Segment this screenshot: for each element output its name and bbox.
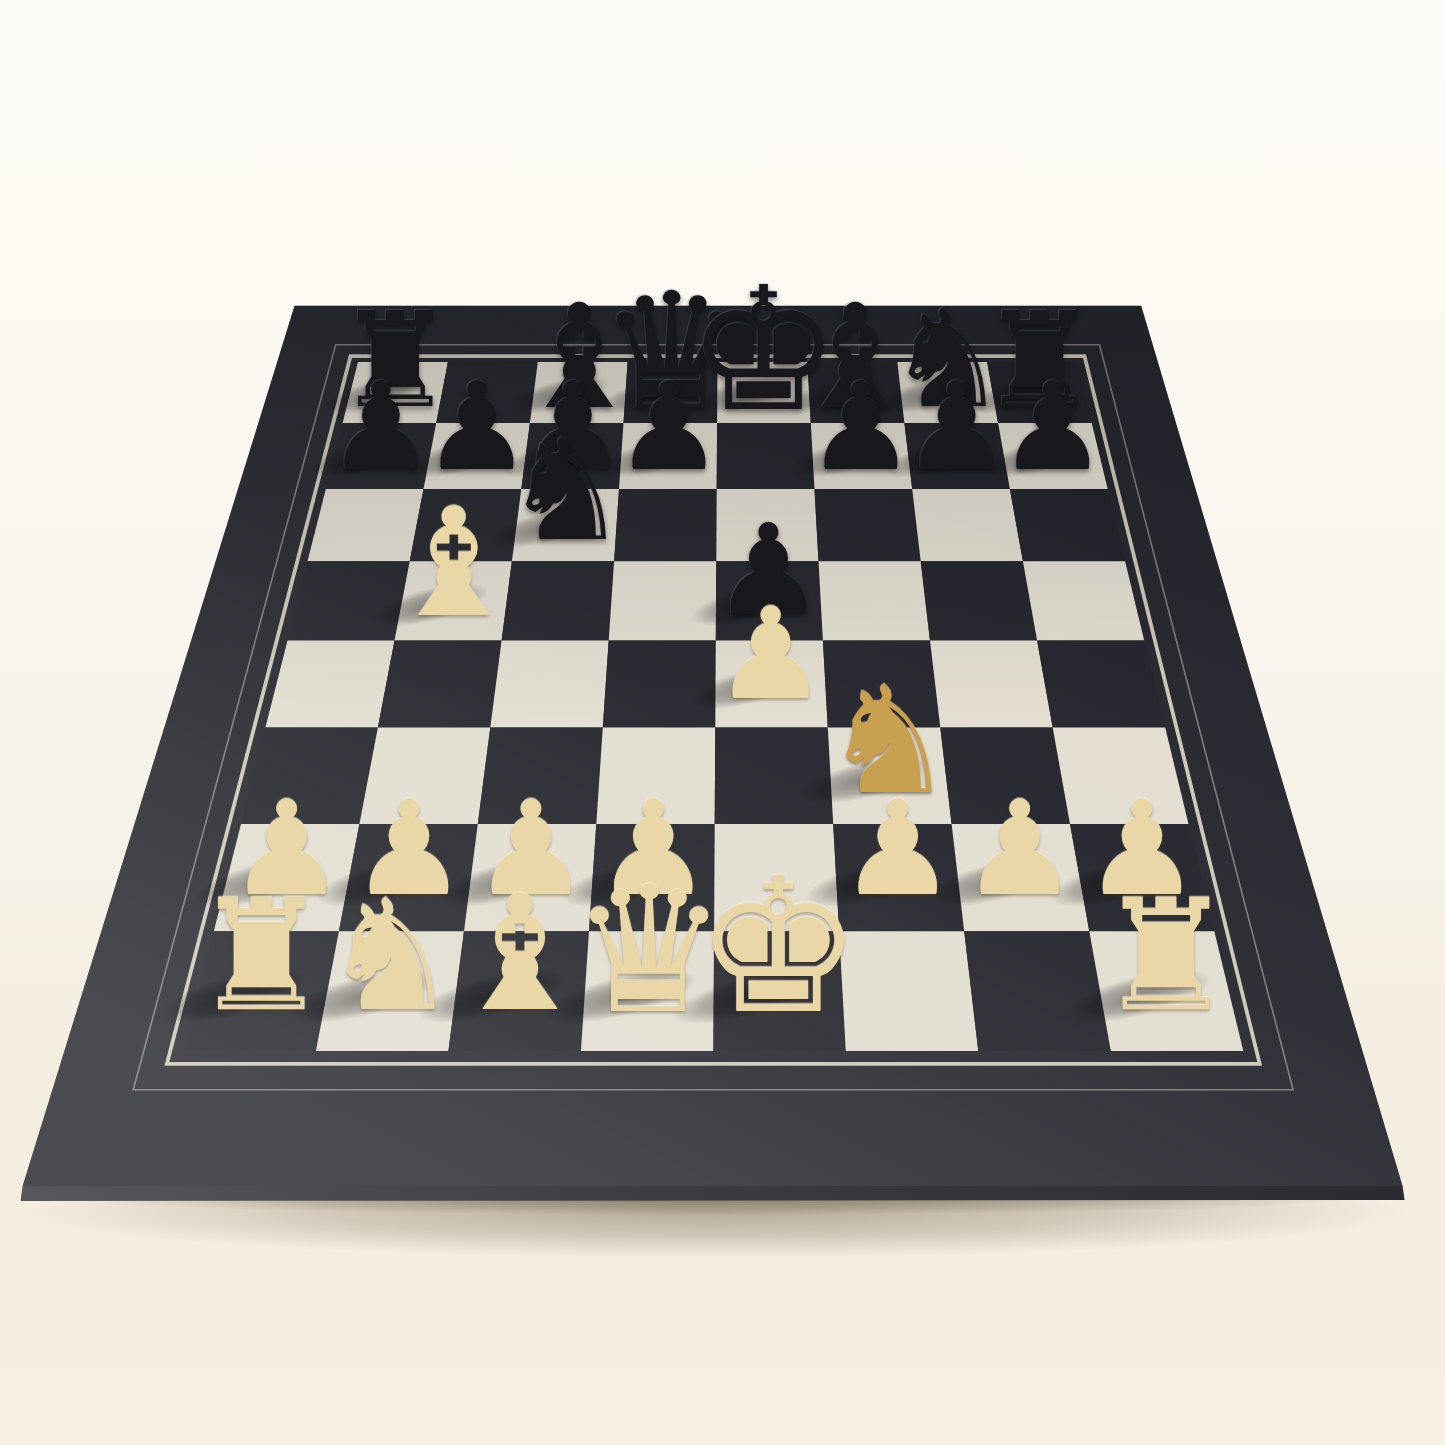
chess-board — [0, 0, 1445, 1445]
chessboard-scene: ♜♝♛♚♝♞♜♟♟♟♟♟♟♟♞♟♝♟♞♟♟♟♟♟♟♟♜♞♝♛♚♜ — [0, 0, 1445, 1445]
board-top-shade — [23, 306, 1403, 1186]
board-front-edge — [21, 1186, 1405, 1201]
